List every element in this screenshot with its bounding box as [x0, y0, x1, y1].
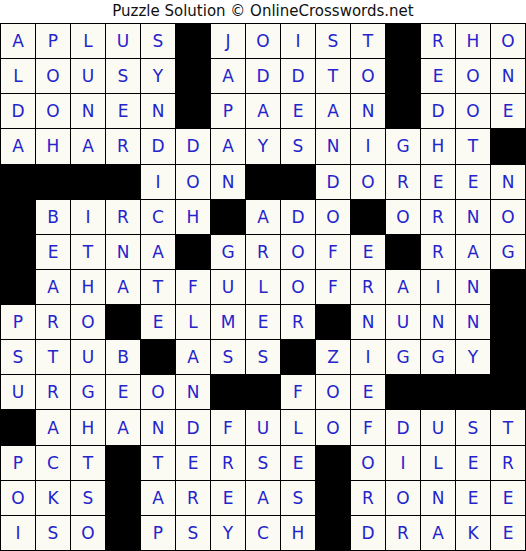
grid-cell: T: [316, 59, 350, 93]
cell-letter: D: [151, 136, 164, 156]
black-cell: [106, 446, 140, 480]
cell-letter: N: [467, 312, 480, 332]
cell-letter: P: [13, 453, 23, 473]
cell-letter: N: [222, 172, 235, 192]
black-cell: [106, 165, 140, 199]
grid-cell: E: [456, 446, 490, 480]
cell-letter: A: [257, 488, 269, 508]
cell-letter: H: [82, 277, 95, 297]
cell-letter: M: [221, 312, 236, 332]
cell-letter: D: [396, 418, 409, 438]
grid-cell: D: [176, 129, 210, 163]
grid-cell: C: [246, 516, 280, 550]
grid-cell: F: [281, 375, 315, 409]
cell-letter: O: [186, 172, 199, 192]
cell-letter: A: [12, 136, 24, 156]
black-cell: [1, 235, 35, 269]
grid-cell: L: [1, 59, 35, 93]
grid-cell: F: [316, 270, 350, 304]
grid-cell: I: [141, 165, 175, 199]
cell-letter: L: [188, 312, 197, 332]
grid-cell: L: [421, 446, 455, 480]
grid-cell: S: [211, 340, 245, 374]
grid-cell: O: [71, 305, 105, 339]
grid-cell: A: [176, 340, 210, 374]
grid-cell: E: [491, 516, 525, 550]
cell-letter: E: [293, 101, 304, 121]
grid-cell: E: [141, 305, 175, 339]
cell-letter: H: [187, 207, 200, 227]
grid-cell: O: [316, 410, 350, 444]
grid-cell: R: [491, 446, 525, 480]
cell-letter: U: [12, 382, 24, 402]
cell-letter: J: [225, 31, 230, 51]
cell-letter: A: [257, 101, 269, 121]
cell-letter: E: [363, 242, 374, 262]
grid-cell: S: [246, 446, 280, 480]
cell-letter: A: [397, 277, 409, 297]
grid-cell: T: [71, 446, 105, 480]
grid-cell: R: [351, 270, 385, 304]
grid-cell: O: [316, 200, 350, 234]
grid-cell: U: [421, 410, 455, 444]
grid-cell: N: [316, 129, 350, 163]
grid-cell: R: [421, 200, 455, 234]
cell-letter: D: [291, 207, 304, 227]
grid-cell: N: [141, 94, 175, 128]
cell-letter: O: [81, 312, 94, 332]
cell-letter: G: [431, 347, 444, 367]
grid-cell: J: [211, 24, 245, 58]
grid-cell: O: [176, 165, 210, 199]
grid-cell: A: [211, 59, 245, 93]
cell-letter: N: [432, 488, 445, 508]
grid-cell: A: [246, 481, 280, 515]
cell-letter: R: [222, 453, 234, 473]
grid-cell: R: [106, 200, 140, 234]
cell-letter: R: [117, 207, 129, 227]
grid-cell: L: [176, 305, 210, 339]
cell-letter: O: [151, 382, 164, 402]
grid-cell: O: [36, 59, 70, 93]
cell-letter: O: [326, 382, 339, 402]
grid-cell: A: [1, 129, 35, 163]
cell-letter: H: [292, 523, 305, 543]
cell-letter: I: [295, 31, 300, 51]
cell-letter: S: [13, 347, 24, 367]
grid-cell: R: [106, 129, 140, 163]
cell-letter: L: [293, 418, 302, 438]
cell-letter: D: [431, 101, 444, 121]
grid-cell: H: [456, 24, 490, 58]
grid-cell: H: [71, 410, 105, 444]
cell-letter: N: [187, 382, 200, 402]
grid-cell: T: [491, 410, 525, 444]
cell-letter: P: [153, 523, 163, 543]
puzzle-solution-page: Puzzle Solution © OnlineCrosswords.net A…: [0, 0, 526, 551]
cell-letter: T: [503, 418, 513, 438]
cell-letter: A: [117, 418, 129, 438]
grid-cell: P: [1, 305, 35, 339]
grid-cell: D: [351, 516, 385, 550]
grid-cell: T: [141, 270, 175, 304]
grid-cell: U: [106, 24, 140, 58]
cell-letter: E: [223, 488, 234, 508]
black-cell: [106, 516, 140, 550]
grid-cell: E: [281, 94, 315, 128]
grid-cell: S: [141, 24, 175, 58]
cell-letter: E: [188, 453, 199, 473]
cell-letter: R: [397, 172, 409, 192]
cell-letter: S: [258, 453, 269, 473]
grid-cell: Y: [211, 516, 245, 550]
grid-cell: N: [456, 305, 490, 339]
cell-letter: H: [467, 31, 480, 51]
grid-cell: R: [386, 165, 420, 199]
grid-cell: A: [386, 270, 420, 304]
grid-cell: O: [71, 516, 105, 550]
grid-cell: N: [351, 94, 385, 128]
cell-letter: A: [222, 136, 234, 156]
grid-cell: U: [386, 305, 420, 339]
cell-letter: R: [432, 31, 444, 51]
cell-letter: N: [502, 172, 515, 192]
grid-cell: E: [456, 481, 490, 515]
grid-cell: O: [351, 446, 385, 480]
grid-cell: F: [351, 410, 385, 444]
grid-cell: R: [211, 446, 245, 480]
grid-cell: I: [281, 24, 315, 58]
grid-cell: A: [36, 270, 70, 304]
grid-cell: A: [246, 200, 280, 234]
cell-letter: A: [82, 136, 94, 156]
cell-letter: E: [433, 172, 444, 192]
cell-letter: P: [48, 31, 58, 51]
black-cell: [491, 305, 525, 339]
cell-letter: A: [47, 277, 59, 297]
cell-letter: H: [432, 136, 445, 156]
cell-letter: N: [467, 207, 480, 227]
cell-letter: L: [83, 31, 92, 51]
black-cell: [456, 375, 490, 409]
black-cell: [316, 481, 350, 515]
grid-cell: D: [281, 200, 315, 234]
grid-cell: D: [246, 59, 280, 93]
cell-letter: E: [468, 453, 479, 473]
grid-cell: A: [106, 410, 140, 444]
grid-cell: Y: [456, 340, 490, 374]
cell-letter: O: [361, 172, 374, 192]
cell-letter: L: [258, 277, 267, 297]
cell-letter: N: [362, 101, 375, 121]
cell-letter: E: [118, 382, 129, 402]
grid-cell: T: [71, 235, 105, 269]
grid-cell: D: [141, 129, 175, 163]
cell-letter: R: [117, 136, 129, 156]
grid-cell: C: [36, 446, 70, 480]
grid-cell: D: [316, 165, 350, 199]
cell-letter: E: [293, 453, 304, 473]
grid-cell: O: [246, 24, 280, 58]
grid-cell: Y: [141, 59, 175, 93]
cell-letter: S: [328, 31, 339, 51]
grid-cell: E: [351, 375, 385, 409]
cell-letter: S: [118, 66, 129, 86]
cell-letter: N: [362, 312, 375, 332]
cell-letter: R: [292, 312, 304, 332]
cell-letter: E: [503, 101, 514, 121]
cell-letter: T: [328, 66, 338, 86]
grid-cell: H: [176, 200, 210, 234]
black-cell: [246, 165, 280, 199]
cell-letter: D: [291, 66, 304, 86]
black-cell: [1, 270, 35, 304]
grid-cell: U: [71, 340, 105, 374]
grid-cell: S: [246, 340, 280, 374]
grid-cell: H: [71, 270, 105, 304]
grid-cell: S: [36, 516, 70, 550]
cell-letter: A: [152, 242, 164, 262]
cell-letter: Y: [468, 347, 478, 367]
grid-cell: O: [141, 375, 175, 409]
grid-cell: E: [491, 94, 525, 128]
cell-letter: H: [82, 418, 95, 438]
cell-letter: U: [397, 312, 409, 332]
cell-letter: S: [258, 347, 269, 367]
black-cell: [1, 165, 35, 199]
cell-letter: T: [83, 453, 93, 473]
black-cell: [1, 200, 35, 234]
cell-letter: U: [257, 418, 269, 438]
grid-cell: R: [386, 516, 420, 550]
cell-letter: S: [83, 488, 94, 508]
cell-letter: I: [365, 136, 370, 156]
grid-cell: R: [176, 481, 210, 515]
grid-cell: A: [421, 516, 455, 550]
grid-cell: Z: [316, 340, 350, 374]
black-cell: [176, 94, 210, 128]
cell-letter: R: [362, 277, 374, 297]
cell-letter: R: [187, 488, 199, 508]
cell-letter: O: [326, 207, 339, 227]
grid-cell: N: [421, 305, 455, 339]
cell-letter: E: [468, 488, 479, 508]
cell-letter: O: [466, 66, 479, 86]
page-title: Puzzle Solution © OnlineCrosswords.net: [0, 0, 526, 23]
cell-letter: I: [15, 523, 20, 543]
cell-letter: O: [81, 523, 94, 543]
grid-cell: I: [1, 516, 35, 550]
grid-cell: A: [1, 24, 35, 58]
grid-cell: D: [386, 410, 420, 444]
grid-cell: F: [211, 410, 245, 444]
cell-letter: E: [433, 66, 444, 86]
cell-letter: D: [256, 66, 269, 86]
cell-letter: O: [326, 418, 339, 438]
grid-cell: L: [281, 410, 315, 444]
grid-cell: G: [491, 235, 525, 269]
cell-letter: F: [363, 418, 373, 438]
cell-letter: N: [152, 101, 165, 121]
grid-cell: O: [281, 235, 315, 269]
cell-letter: C: [257, 523, 269, 543]
cell-letter: S: [293, 136, 304, 156]
grid-cell: T: [141, 446, 175, 480]
black-cell: [421, 375, 455, 409]
cell-letter: O: [396, 207, 409, 227]
black-cell: [386, 24, 420, 58]
cell-letter: F: [328, 242, 338, 262]
cell-letter: O: [396, 488, 409, 508]
cell-letter: C: [152, 207, 164, 227]
cell-letter: F: [188, 277, 198, 297]
cell-letter: T: [83, 242, 93, 262]
cell-letter: L: [433, 453, 442, 473]
cell-letter: B: [47, 207, 59, 227]
grid-cell: S: [106, 59, 140, 93]
grid-cell: K: [36, 481, 70, 515]
grid-cell: E: [456, 165, 490, 199]
grid-cell: O: [351, 59, 385, 93]
cell-letter: D: [361, 523, 374, 543]
grid-cell: E: [246, 305, 280, 339]
grid-cell: G: [211, 235, 245, 269]
black-cell: [491, 340, 525, 374]
grid-cell: U: [211, 270, 245, 304]
cell-letter: A: [432, 523, 444, 543]
grid-cell: B: [36, 200, 70, 234]
cell-letter: I: [435, 277, 440, 297]
cell-letter: E: [468, 172, 479, 192]
cell-letter: A: [327, 101, 339, 121]
grid-cell: S: [281, 129, 315, 163]
cell-letter: E: [153, 312, 164, 332]
cell-letter: S: [223, 347, 234, 367]
black-cell: [141, 340, 175, 374]
grid-cell: N: [176, 375, 210, 409]
black-cell: [176, 24, 210, 58]
cell-letter: Y: [258, 136, 268, 156]
grid-cell: A: [106, 270, 140, 304]
cell-letter: N: [327, 136, 340, 156]
black-cell: [491, 270, 525, 304]
black-cell: [386, 59, 420, 93]
crossword-grid: APLUSJOISTRHOLOUSYADDTOEONDONENPAEANDOEA…: [0, 23, 526, 551]
cell-letter: A: [187, 347, 199, 367]
cell-letter: S: [153, 31, 164, 51]
grid-cell: D: [1, 94, 35, 128]
cell-letter: R: [362, 488, 374, 508]
cell-letter: A: [257, 207, 269, 227]
grid-cell: E: [106, 375, 140, 409]
black-cell: [316, 305, 350, 339]
cell-letter: K: [467, 523, 478, 543]
grid-cell: T: [36, 340, 70, 374]
cell-letter: G: [396, 347, 409, 367]
cell-letter: O: [11, 488, 24, 508]
cell-letter: R: [257, 242, 269, 262]
black-cell: [316, 516, 350, 550]
grid-cell: O: [36, 94, 70, 128]
cell-letter: F: [328, 277, 338, 297]
cell-letter: D: [326, 172, 339, 192]
grid-cell: I: [71, 200, 105, 234]
grid-cell: M: [211, 305, 245, 339]
grid-cell: O: [491, 200, 525, 234]
grid-cell: R: [421, 24, 455, 58]
grid-cell: O: [316, 375, 350, 409]
cell-letter: T: [48, 347, 58, 367]
black-cell: [176, 59, 210, 93]
black-cell: [1, 410, 35, 444]
black-cell: [386, 375, 420, 409]
grid-cell: H: [36, 129, 70, 163]
cell-letter: O: [501, 31, 514, 51]
grid-cell: S: [176, 516, 210, 550]
grid-cell: I: [421, 270, 455, 304]
cell-letter: Z: [327, 347, 339, 367]
black-cell: [71, 165, 105, 199]
grid-cell: B: [106, 340, 140, 374]
cell-letter: T: [363, 31, 373, 51]
cell-letter: U: [82, 66, 94, 86]
cell-letter: E: [363, 382, 374, 402]
grid-cell: P: [211, 94, 245, 128]
cell-letter: A: [12, 31, 24, 51]
cell-letter: I: [400, 453, 405, 473]
black-cell: [386, 235, 420, 269]
grid-cell: P: [36, 24, 70, 58]
grid-cell: E: [211, 481, 245, 515]
grid-cell: I: [386, 446, 420, 480]
cell-letter: R: [432, 242, 444, 262]
grid-cell: G: [71, 375, 105, 409]
cell-letter: A: [117, 277, 129, 297]
grid-cell: O: [491, 24, 525, 58]
cell-letter: Y: [223, 523, 233, 543]
black-cell: [281, 165, 315, 199]
grid-cell: D: [281, 59, 315, 93]
cell-letter: I: [155, 172, 160, 192]
grid-cell: L: [71, 24, 105, 58]
grid-cell: S: [456, 410, 490, 444]
cell-letter: O: [291, 242, 304, 262]
cell-letter: N: [117, 242, 130, 262]
cell-letter: G: [396, 136, 409, 156]
grid-cell: E: [36, 235, 70, 269]
cell-letter: A: [222, 66, 234, 86]
grid-cell: O: [1, 481, 35, 515]
grid-cell: U: [1, 375, 35, 409]
cell-letter: R: [502, 453, 514, 473]
cell-letter: D: [186, 418, 199, 438]
cell-letter: I: [365, 347, 370, 367]
cell-letter: U: [82, 347, 94, 367]
black-cell: [176, 235, 210, 269]
grid-cell: A: [211, 129, 245, 163]
cell-letter: N: [432, 312, 445, 332]
cell-letter: N: [467, 277, 480, 297]
grid-cell: N: [106, 235, 140, 269]
grid-cell: G: [386, 129, 420, 163]
cell-letter: I: [85, 207, 90, 227]
grid-cell: F: [316, 235, 350, 269]
black-cell: [211, 200, 245, 234]
cell-letter: N: [82, 101, 95, 121]
grid-cell: P: [1, 446, 35, 480]
grid-cell: N: [456, 270, 490, 304]
grid-cell: R: [351, 481, 385, 515]
